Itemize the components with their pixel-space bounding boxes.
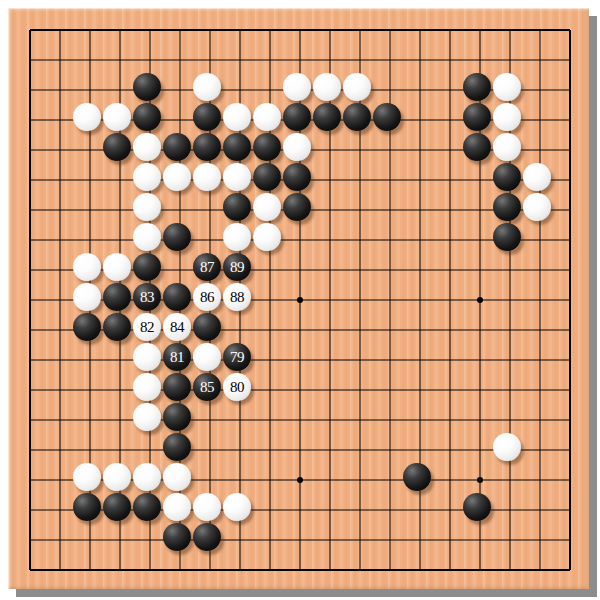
move-number-label: 79 xyxy=(223,343,251,371)
white-stone xyxy=(223,493,251,521)
black-stone xyxy=(103,313,131,341)
white-stone xyxy=(133,193,161,221)
white-stone xyxy=(193,163,221,191)
black-stone xyxy=(163,433,191,461)
black-stone xyxy=(193,523,221,551)
stones-grid: 8789838688828481798580 xyxy=(15,15,585,585)
black-stone xyxy=(193,103,221,131)
page: 8789838688828481798580 xyxy=(0,0,600,600)
white-stone xyxy=(493,133,521,161)
black-stone xyxy=(103,133,131,161)
black-stone xyxy=(403,463,431,491)
white-stone xyxy=(73,253,101,281)
white-stone xyxy=(253,103,281,131)
black-stone xyxy=(163,523,191,551)
black-stone xyxy=(73,493,101,521)
move-number-label: 87 xyxy=(193,253,221,281)
white-stone xyxy=(253,223,281,251)
black-stone xyxy=(163,373,191,401)
black-stone xyxy=(463,103,491,131)
black-stone xyxy=(283,193,311,221)
black-stone xyxy=(223,193,251,221)
black-stone xyxy=(163,283,191,311)
white-stone xyxy=(193,73,221,101)
white-stone xyxy=(493,73,521,101)
black-stone xyxy=(223,133,251,161)
white-stone xyxy=(223,163,251,191)
white-stone xyxy=(283,133,311,161)
black-stone xyxy=(463,493,491,521)
white-stone xyxy=(73,463,101,491)
white-stone xyxy=(163,493,191,521)
black-stone xyxy=(193,133,221,161)
white-stone xyxy=(523,193,551,221)
move-number-label: 88 xyxy=(223,283,251,311)
move-number-label: 89 xyxy=(223,253,251,281)
black-stone: 79 xyxy=(223,343,251,371)
white-stone: 82 xyxy=(133,313,161,341)
white-stone: 84 xyxy=(163,313,191,341)
black-stone xyxy=(73,313,101,341)
white-stone xyxy=(493,103,521,131)
white-stone xyxy=(133,463,161,491)
white-stone xyxy=(103,463,131,491)
black-stone: 87 xyxy=(193,253,221,281)
white-stone xyxy=(523,163,551,191)
go-board[interactable]: 8789838688828481798580 xyxy=(8,8,589,589)
white-stone xyxy=(163,463,191,491)
white-stone xyxy=(283,73,311,101)
black-stone xyxy=(103,283,131,311)
black-stone: 81 xyxy=(163,343,191,371)
black-stone: 85 xyxy=(193,373,221,401)
black-stone xyxy=(283,103,311,131)
black-stone xyxy=(133,73,161,101)
black-stone xyxy=(493,193,521,221)
white-stone: 80 xyxy=(223,373,251,401)
black-stone xyxy=(133,253,161,281)
move-number-label: 83 xyxy=(133,283,161,311)
white-stone xyxy=(133,343,161,371)
black-stone xyxy=(253,163,281,191)
white-stone xyxy=(73,283,101,311)
white-stone xyxy=(133,403,161,431)
white-stone xyxy=(133,133,161,161)
black-stone xyxy=(133,103,161,131)
black-stone xyxy=(133,493,161,521)
move-number-label: 80 xyxy=(223,373,251,401)
white-stone xyxy=(133,223,161,251)
black-stone xyxy=(493,223,521,251)
white-stone xyxy=(193,493,221,521)
black-stone xyxy=(463,133,491,161)
white-stone xyxy=(163,163,191,191)
move-number-label: 85 xyxy=(193,373,221,401)
black-stone xyxy=(463,73,491,101)
black-stone: 83 xyxy=(133,283,161,311)
black-stone xyxy=(103,493,131,521)
move-number-label: 86 xyxy=(193,283,221,311)
white-stone xyxy=(193,343,221,371)
white-stone xyxy=(493,433,521,461)
black-stone xyxy=(493,163,521,191)
move-number-label: 81 xyxy=(163,343,191,371)
white-stone xyxy=(133,163,161,191)
black-stone xyxy=(283,163,311,191)
white-stone xyxy=(133,373,161,401)
black-stone xyxy=(163,403,191,431)
white-stone xyxy=(313,73,341,101)
move-number-label: 84 xyxy=(163,313,191,341)
black-stone: 89 xyxy=(223,253,251,281)
white-stone: 86 xyxy=(193,283,221,311)
black-stone xyxy=(313,103,341,131)
black-stone xyxy=(343,103,371,131)
white-stone xyxy=(103,103,131,131)
white-stone xyxy=(223,223,251,251)
black-stone xyxy=(163,223,191,251)
black-stone xyxy=(193,313,221,341)
white-stone xyxy=(253,193,281,221)
white-stone xyxy=(223,103,251,131)
move-number-label: 82 xyxy=(133,313,161,341)
white-stone xyxy=(103,253,131,281)
black-stone xyxy=(253,133,281,161)
white-stone: 88 xyxy=(223,283,251,311)
white-stone xyxy=(73,103,101,131)
black-stone xyxy=(163,133,191,161)
white-stone xyxy=(343,73,371,101)
black-stone xyxy=(373,103,401,131)
